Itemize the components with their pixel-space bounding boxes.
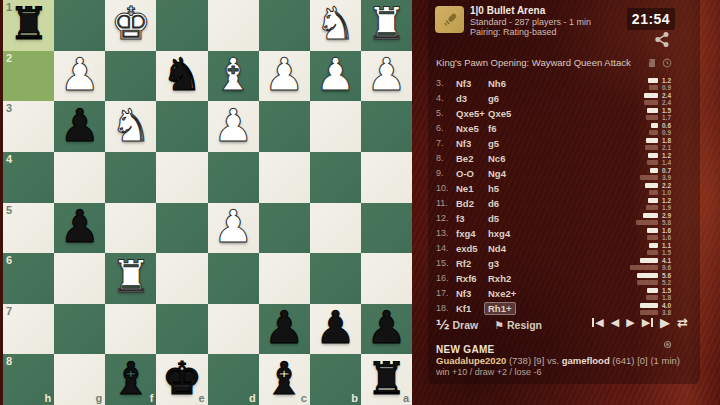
white-move-san[interactable]: Kf1 [456, 301, 471, 316]
san-text[interactable]: g3 [488, 258, 499, 269]
black-king-e8[interactable]: ♚ [162, 356, 202, 401]
white-move-san[interactable]: Nf3 [456, 76, 471, 91]
new-game-heading: NEW GAME [436, 344, 495, 355]
san-text[interactable]: exd5 [456, 243, 478, 254]
black-move-san[interactable]: g3 [488, 256, 499, 271]
square-h6[interactable]: 6 [3, 253, 54, 304]
san-text[interactable]: Be2 [456, 153, 473, 164]
flag-icon[interactable]: ⚑ [494, 319, 504, 332]
black-move-san[interactable]: Rh1+ [488, 301, 516, 316]
black-time-value: 1.0 [662, 189, 688, 196]
white-move-san[interactable]: Qxe5+ [456, 106, 485, 121]
black-time-value: 1.8 [662, 294, 688, 301]
white-time-bar [647, 108, 658, 113]
san-text[interactable]: Bd2 [456, 198, 474, 209]
san-text[interactable]: Nxe2+ [488, 288, 516, 299]
san-text[interactable]: fxg4 [456, 228, 476, 239]
black-move-san[interactable]: Rxh2 [488, 271, 511, 286]
black-pawn-g3[interactable]: ♟ [60, 103, 100, 148]
black-time-value: 2.4 [662, 99, 688, 106]
move-number: 6. [436, 121, 452, 136]
white-time-bar [648, 198, 658, 203]
white-time-bar [640, 258, 658, 263]
square-a3[interactable] [361, 101, 412, 152]
move-number: 5. [436, 106, 452, 121]
move-row-13: 13.fxg4hxg41.61.6 [436, 226, 688, 241]
square-g2[interactable]: ♟ [54, 51, 105, 102]
black-pawn-b7[interactable]: ♟ [315, 305, 355, 350]
san-text[interactable]: Rxf6 [456, 273, 477, 284]
move-number: 4. [436, 91, 452, 106]
black-move-san[interactable]: g5 [488, 136, 499, 151]
rank-label-3: 3 [6, 102, 12, 114]
move-row-9: 9.O-ONg40.73.9 [436, 166, 688, 181]
square-d3[interactable]: ♟ [208, 101, 259, 152]
resign-button[interactable]: Resign [507, 319, 542, 331]
move-row-3: 3.Nf3Nh61.20.9 [436, 76, 688, 91]
game-controls: ½Draw⚑Resign ◀ ◀ ▶ ▶ ▶ ⇄ [436, 315, 688, 333]
tournament-details: Standard - 287 players - 1 min [470, 17, 591, 27]
white-move-san[interactable]: Nf3 [456, 136, 471, 151]
move-row-7: 7.Nf3g51.82.1 [436, 136, 688, 151]
white-king-f1[interactable]: ♚ [111, 1, 151, 46]
square-a6[interactable] [361, 253, 412, 304]
square-b6[interactable] [310, 253, 361, 304]
square-e3[interactable] [156, 101, 207, 152]
san-text[interactable]: Nf3 [456, 288, 471, 299]
san-text[interactable]: Nd4 [488, 243, 506, 254]
square-b7[interactable]: ♟ [310, 304, 361, 355]
san-text[interactable]: Rxh2 [488, 273, 511, 284]
white-time-bar [648, 78, 658, 83]
move-number: 9. [436, 166, 452, 181]
new-game-players: Guadalupe2020 (738) [9] vs. gameflood (6… [436, 355, 680, 366]
black-move-san[interactable]: hxg4 [488, 226, 510, 241]
move-row-8: 8.Be2Nc61.21.4 [436, 151, 688, 166]
black-pawn-a7[interactable]: ♟ [366, 305, 406, 350]
move-list: 3.Nf3Nh61.20.94.d3g62.42.45.Qxe5+Qxe51.5… [436, 76, 688, 316]
square-f7[interactable] [105, 304, 156, 355]
square-h1[interactable]: 1♜ [3, 0, 54, 51]
square-d4[interactable] [208, 152, 259, 203]
square-e8[interactable]: e♚ [156, 354, 207, 405]
move-row-14: 14.exd5Nd41.11.5 [436, 241, 688, 256]
square-d5[interactable]: ♟ [208, 203, 259, 254]
black-time-bar [645, 145, 658, 150]
square-g1[interactable] [54, 0, 105, 51]
cycle-icon[interactable]: ⇄ [677, 315, 688, 331]
white-move-san[interactable]: exd5 [456, 241, 478, 256]
square-h8[interactable]: 8h [3, 354, 54, 405]
square-f1[interactable]: ♚ [105, 0, 156, 51]
white-time-bar [637, 273, 658, 278]
file-label-h: h [44, 392, 51, 404]
square-h3[interactable]: 3 [3, 101, 54, 152]
white-time-bar [647, 288, 658, 293]
bullet-icon [435, 6, 464, 33]
white-time-bar [645, 183, 658, 188]
black-move-san[interactable]: Nxe2+ [488, 286, 516, 301]
white-move-san[interactable]: fxg4 [456, 226, 476, 241]
black-time-value: 1.7 [662, 114, 688, 121]
black-move-san[interactable]: h5 [488, 181, 499, 196]
move-number: 8. [436, 151, 452, 166]
square-c1[interactable] [259, 0, 310, 51]
square-e7[interactable] [156, 304, 207, 355]
white-time-bar [646, 138, 658, 143]
draw-half-icon[interactable]: ½ [436, 317, 449, 332]
rank-label-4: 4 [6, 153, 12, 165]
white-move-san[interactable]: Nf3 [456, 286, 471, 301]
black-time-value: 1.9 [662, 204, 688, 211]
white-time-bar [650, 168, 658, 173]
square-a2[interactable]: ♟ [361, 51, 412, 102]
san-text[interactable]: d3 [456, 93, 467, 104]
white-rook-a1[interactable]: ♜ [366, 1, 406, 46]
white-time-bar [647, 228, 658, 233]
move-row-6: 6.Nxe5f60.60.9 [436, 121, 688, 136]
white-move-san[interactable]: Bd2 [456, 196, 474, 211]
square-g7[interactable] [54, 304, 105, 355]
black-time-value: 1.4 [662, 159, 688, 166]
square-d7[interactable] [208, 304, 259, 355]
chess-board[interactable]: 1♜♚♞♜2♟♞♝♟♟♟3♟♞♟45♟♟6♜7♟♟♟8hgf♝e♚dc♝ba♜ [3, 0, 412, 405]
white-time-bar [644, 93, 658, 98]
square-f2[interactable] [105, 51, 156, 102]
side-panel: 1|0 Bullet Arena Standard - 287 players … [412, 0, 720, 405]
book-icon[interactable] [647, 58, 657, 68]
san-text[interactable]: d5 [488, 213, 499, 224]
black-move-san[interactable]: d5 [488, 211, 499, 226]
square-a5[interactable] [361, 203, 412, 254]
square-g8[interactable]: g [54, 354, 105, 405]
square-b5[interactable] [310, 203, 361, 254]
black-time-bar [649, 190, 658, 195]
san-text[interactable]: Nxe5 [456, 123, 479, 134]
chess-board-wrap: 1♜♚♞♜2♟♞♝♟♟♟3♟♞♟45♟♟6♜7♟♟♟8hgf♝e♚dc♝ba♜ [0, 0, 412, 405]
vs-label: vs. [547, 355, 559, 366]
rank-label-7: 7 [6, 305, 12, 317]
san-text[interactable]: Nf3 [456, 138, 471, 149]
black-move-san[interactable]: g6 [488, 91, 499, 106]
square-c6[interactable] [259, 253, 310, 304]
move-row-10: 10.Ne1h52.21.0 [436, 181, 688, 196]
square-b4[interactable] [310, 152, 361, 203]
move-row-5: 5.Qxe5+Qxe51.51.7 [436, 106, 688, 121]
draw-button[interactable]: Draw [452, 319, 478, 331]
square-g6[interactable] [54, 253, 105, 304]
san-text[interactable]: f3 [456, 213, 464, 224]
san-text[interactable]: g6 [488, 93, 499, 104]
square-c5[interactable] [259, 203, 310, 254]
black-time-value: 9.6 [662, 264, 688, 271]
playback-controls: ◀ ◀ ▶ ▶ ▶ ⇄ [592, 315, 688, 331]
white-pawn-c2[interactable]: ♟ [264, 52, 304, 97]
screenshot-root: 1♜♚♞♜2♟♞♝♟♟♟3♟♞♟45♟♟6♜7♟♟♟8hgf♝e♚dc♝ba♜ … [0, 0, 720, 405]
black-time-bar [646, 205, 658, 210]
black-move-san[interactable]: Nd4 [488, 241, 506, 256]
black-time-bar [647, 160, 658, 165]
white-pawn-b2[interactable]: ♟ [315, 52, 355, 97]
square-c7[interactable]: ♟ [259, 304, 310, 355]
black-time-value: 0.9 [662, 84, 688, 91]
white-time-bar [649, 243, 658, 248]
white-move-san[interactable]: Nxe5 [456, 121, 479, 136]
square-f5[interactable] [105, 203, 156, 254]
black-move-san[interactable]: f6 [488, 121, 496, 136]
file-label-b: b [351, 392, 358, 404]
move-row-17: 17.Nf3Nxe2+1.51.8 [436, 286, 688, 301]
move-row-4: 4.d3g62.42.4 [436, 91, 688, 106]
square-g5[interactable]: ♟ [54, 203, 105, 254]
white-move-san[interactable]: Rxf6 [456, 271, 477, 286]
black-time-value: 1.5 [662, 249, 688, 256]
move-number: 7. [436, 136, 452, 151]
square-d1[interactable] [208, 0, 259, 51]
step-forward-icon[interactable]: ▶ [626, 315, 634, 331]
move-number: 14. [436, 241, 452, 256]
move-number: 3. [436, 76, 452, 91]
tournament-pairing: Pairing: Rating-based [470, 27, 557, 37]
square-f3[interactable]: ♞ [105, 101, 156, 152]
move-row-12: 12.f3d52.95.8 [436, 211, 688, 226]
square-c3[interactable] [259, 101, 310, 152]
move-number: 17. [436, 286, 452, 301]
square-b2[interactable]: ♟ [310, 51, 361, 102]
white-pawn-d3[interactable]: ♟ [213, 103, 253, 148]
square-c2[interactable]: ♟ [259, 51, 310, 102]
rank-label-6: 6 [6, 254, 12, 266]
black-time-value: 0.9 [662, 129, 688, 136]
move-number: 11. [436, 196, 452, 211]
white-rook-f6[interactable]: ♜ [111, 254, 151, 299]
san-text[interactable]: Ng4 [488, 168, 506, 179]
square-e4[interactable] [156, 152, 207, 203]
black-player-extra: [0] [637, 355, 648, 366]
move-number: 12. [436, 211, 452, 226]
san-text[interactable]: f6 [488, 123, 496, 134]
black-time-bar [644, 100, 658, 105]
square-h5[interactable]: 5 [3, 203, 54, 254]
white-move-san[interactable]: Be2 [456, 151, 473, 166]
white-pawn-d5[interactable]: ♟ [213, 204, 253, 249]
black-player-rating: (641) [612, 355, 634, 366]
black-time-bar [649, 130, 658, 135]
san-text[interactable]: O-O [456, 168, 474, 179]
white-player-name[interactable]: Guadalupe2020 [436, 355, 506, 366]
black-bishop-c8[interactable]: ♝ [264, 356, 304, 401]
black-move-san[interactable]: Qxe5 [488, 106, 511, 121]
square-b3[interactable] [310, 101, 361, 152]
tournament-title[interactable]: 1|0 Bullet Arena [470, 5, 545, 16]
square-b1[interactable]: ♞ [310, 0, 361, 51]
rank-label-5: 5 [6, 204, 12, 216]
san-text[interactable]: h5 [488, 183, 499, 194]
file-label-e: e [198, 392, 204, 404]
arena-odds: win +10 / draw +2 / lose -6 [436, 367, 542, 377]
gear-icon[interactable] [663, 340, 672, 349]
file-label-f: f [150, 392, 154, 404]
white-move-san[interactable]: d3 [456, 91, 467, 106]
rank-label-2: 2 [6, 52, 12, 64]
black-pawn-c7[interactable]: ♟ [264, 305, 304, 350]
white-player-rating: (738) [509, 355, 531, 366]
square-e6[interactable] [156, 253, 207, 304]
file-label-g: g [96, 392, 103, 404]
black-time-bar [637, 280, 658, 285]
san-text[interactable]: Ne1 [456, 183, 473, 194]
san-text[interactable]: Kf1 [456, 303, 471, 314]
move-row-11: 11.Bd2d61.21.9 [436, 196, 688, 211]
san-text[interactable]: Qxe5 [488, 108, 511, 119]
black-rook-a8[interactable]: ♜ [366, 356, 406, 401]
san-text[interactable]: Rf2 [456, 258, 471, 269]
share-icon[interactable] [655, 32, 669, 47]
square-h2[interactable]: 2 [3, 51, 54, 102]
file-label-c: c [301, 392, 307, 404]
square-e2[interactable]: ♞ [156, 51, 207, 102]
white-move-san[interactable]: O-O [456, 166, 474, 181]
move-number: 18. [436, 301, 452, 316]
black-time-bar [646, 295, 658, 300]
move-number: 13. [436, 226, 452, 241]
black-time-bar [647, 250, 658, 255]
white-pawn-g2[interactable]: ♟ [60, 52, 100, 97]
autoplay-icon[interactable]: ▶ [660, 315, 670, 331]
black-pawn-g5[interactable]: ♟ [60, 204, 100, 249]
square-e5[interactable] [156, 203, 207, 254]
square-f4[interactable] [105, 152, 156, 203]
black-time-value: 5.2 [662, 279, 688, 286]
square-b8[interactable]: b [310, 354, 361, 405]
black-time-value: 2.1 [662, 144, 688, 151]
black-move-san[interactable]: Nc6 [488, 151, 505, 166]
move-number: 16. [436, 271, 452, 286]
square-h4[interactable]: 4 [3, 152, 54, 203]
white-bishop-d2[interactable]: ♝ [213, 52, 253, 97]
white-move-san[interactable]: Rf2 [456, 256, 471, 271]
square-d6[interactable] [208, 253, 259, 304]
move-row-18: 18.Kf1Rh1+4.03.8 [436, 301, 688, 316]
move-row-15: 15.Rf2g34.19.6 [436, 256, 688, 271]
move-number: 10. [436, 181, 452, 196]
black-time-bar [647, 235, 658, 240]
square-a4[interactable] [361, 152, 412, 203]
white-time-bar [640, 303, 658, 308]
san-text[interactable]: Rh1+ [484, 302, 516, 315]
time-control: (1 min) [650, 355, 680, 366]
black-time-bar [636, 220, 658, 225]
square-f6[interactable]: ♜ [105, 253, 156, 304]
step-back-icon[interactable]: ◀ [611, 315, 619, 331]
square-a1[interactable]: ♜ [361, 0, 412, 51]
square-h7[interactable]: 7 [3, 304, 54, 355]
white-move-san[interactable]: f3 [456, 211, 464, 226]
skip-first-icon[interactable]: ◀ [592, 315, 603, 331]
move-row-16: 16.Rxf6Rxh25.65.2 [436, 271, 688, 286]
black-move-san[interactable]: Ng4 [488, 166, 506, 181]
tournament-clock: 21:54 [627, 8, 675, 30]
black-move-san[interactable]: Nh6 [488, 76, 506, 91]
clock-icon[interactable] [662, 58, 672, 68]
move-number: 15. [436, 256, 452, 271]
black-knight-e2[interactable]: ♞ [162, 52, 202, 97]
white-pawn-a2[interactable]: ♟ [366, 52, 406, 97]
square-a7[interactable]: ♟ [361, 304, 412, 355]
san-text[interactable]: d6 [488, 198, 499, 209]
opening-name: King's Pawn Opening: Wayward Queen Attac… [436, 57, 646, 68]
black-player-name[interactable]: gameflood [562, 355, 610, 366]
skip-last-icon[interactable]: ▶ [642, 315, 653, 331]
white-knight-b1[interactable]: ♞ [315, 1, 355, 46]
square-d2[interactable]: ♝ [208, 51, 259, 102]
san-text[interactable]: g5 [488, 138, 499, 149]
black-time-bar [640, 175, 658, 180]
white-move-san[interactable]: Ne1 [456, 181, 473, 196]
black-time-bar [630, 265, 658, 270]
square-g3[interactable]: ♟ [54, 101, 105, 152]
white-time-bar [648, 153, 658, 158]
white-knight-f3[interactable]: ♞ [111, 103, 151, 148]
black-time-bar [646, 115, 658, 120]
san-text[interactable]: hxg4 [488, 228, 510, 239]
black-move-san[interactable]: d6 [488, 196, 499, 211]
black-time-bar [640, 310, 658, 315]
black-time-bar [649, 85, 658, 90]
white-player-extra: [9] [534, 355, 545, 366]
black-time-value: 3.9 [662, 174, 688, 181]
black-time-value: 5.8 [662, 219, 688, 226]
square-c4[interactable] [259, 152, 310, 203]
rank-label-8: 8 [6, 355, 12, 367]
square-e1[interactable] [156, 0, 207, 51]
san-text[interactable]: Nf3 [456, 78, 471, 89]
file-label-a: a [403, 392, 409, 404]
square-f8[interactable]: f♝ [105, 354, 156, 405]
san-text[interactable]: Qxe5+ [456, 108, 485, 119]
rank-label-1: 1 [6, 1, 12, 13]
white-time-bar [643, 213, 658, 218]
black-rook-h1[interactable]: ♜ [8, 1, 48, 46]
file-label-d: d [249, 392, 256, 404]
square-c8[interactable]: c♝ [259, 354, 310, 405]
white-time-bar [651, 123, 658, 128]
square-d8[interactable]: d [208, 354, 259, 405]
square-a8[interactable]: a♜ [361, 354, 412, 405]
black-bishop-f8[interactable]: ♝ [111, 356, 151, 401]
san-text[interactable]: Nh6 [488, 78, 506, 89]
black-time-value: 1.6 [662, 234, 688, 241]
san-text[interactable]: Nc6 [488, 153, 505, 164]
square-g4[interactable] [54, 152, 105, 203]
